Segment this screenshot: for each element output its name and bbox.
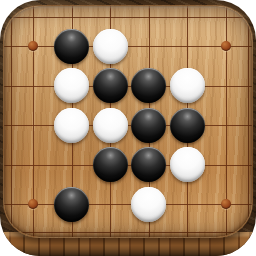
white-stone[interactable]	[54, 108, 89, 143]
stone-grid	[14, 26, 245, 224]
gomoku-app-icon	[0, 0, 256, 256]
screenshot	[0, 0, 256, 256]
white-stone[interactable]	[93, 108, 128, 143]
black-stone[interactable]	[170, 108, 205, 143]
black-stone[interactable]	[131, 147, 166, 182]
white-stone[interactable]	[54, 68, 89, 103]
black-stone[interactable]	[131, 68, 166, 103]
black-stone[interactable]	[93, 147, 128, 182]
board-surface[interactable]	[3, 5, 253, 238]
white-stone[interactable]	[170, 68, 205, 103]
black-stone[interactable]	[54, 29, 89, 64]
white-stone[interactable]	[170, 147, 205, 182]
white-stone[interactable]	[131, 187, 166, 222]
black-stone[interactable]	[93, 68, 128, 103]
black-stone[interactable]	[54, 187, 89, 222]
white-stone[interactable]	[93, 29, 128, 64]
black-stone[interactable]	[131, 108, 166, 143]
